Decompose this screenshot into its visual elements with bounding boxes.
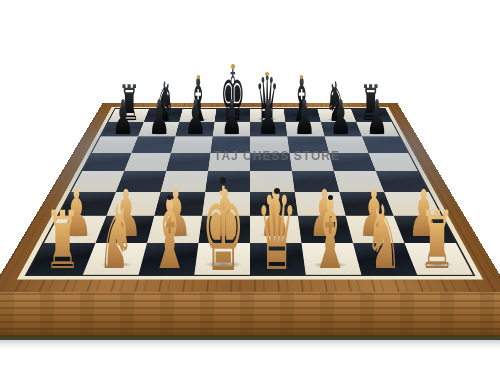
board-square (292, 171, 339, 192)
board-square (124, 153, 171, 171)
board-square (179, 109, 216, 122)
finial-knob (265, 72, 269, 76)
board-square (108, 109, 149, 122)
board-square (317, 109, 356, 122)
board-frame (0, 103, 500, 292)
board-square (213, 122, 250, 137)
board-square (96, 216, 155, 243)
board-square (295, 192, 346, 216)
board-square (394, 216, 456, 243)
board-square (250, 109, 285, 122)
board-square (250, 216, 301, 243)
board-square (175, 122, 214, 137)
board-square (139, 243, 199, 275)
board-square (362, 136, 408, 152)
board-square (250, 192, 298, 216)
board-square (284, 109, 321, 122)
board-square (116, 171, 166, 192)
board-square (166, 153, 210, 171)
finial-knob (197, 75, 201, 79)
board-square (199, 216, 250, 243)
board-side-face (0, 292, 500, 340)
watermark: TAJ CHESS STORE (214, 149, 340, 163)
board-square (368, 153, 417, 171)
board-square (351, 109, 392, 122)
board-square (356, 122, 399, 137)
board-square (147, 216, 202, 243)
board-square (202, 192, 250, 216)
board-square (144, 109, 183, 122)
board-square (285, 122, 324, 137)
board-square (298, 216, 353, 243)
board-square (215, 109, 250, 122)
finial-knob (231, 64, 235, 69)
board-square (132, 136, 176, 152)
board-square (171, 136, 213, 152)
board-square (101, 122, 144, 137)
board-square (250, 122, 287, 137)
floor-shadow (0, 339, 500, 350)
board-square (154, 192, 205, 216)
board-square (321, 122, 362, 137)
board-square (376, 171, 429, 192)
board-square (138, 122, 179, 137)
board-square (404, 243, 472, 275)
board-square (106, 192, 160, 216)
board-square (250, 243, 306, 275)
chess-board (27, 109, 473, 275)
board-square (161, 171, 208, 192)
product-photo: TAJ CHESS STORE ♜♞♝♚♛♝♞♜♟♟♟♟♟♟♟♟♟♟♟♟♟♟♟♟… (0, 0, 500, 375)
board-square (384, 192, 441, 216)
board-square (301, 243, 361, 275)
board-maple-border (17, 107, 483, 280)
board-square (205, 171, 250, 192)
board-square (250, 171, 295, 192)
board-square (194, 243, 250, 275)
board-square (83, 243, 147, 275)
finial-knob (300, 75, 304, 79)
